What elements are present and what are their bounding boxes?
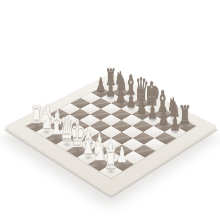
- square-d5: [101, 114, 122, 126]
- square-f3: [100, 138, 122, 151]
- square-f7: ♟: [142, 114, 163, 126]
- marble-chess-board: ♜♞♝♛♚♝♞♜♟♟♟♟♟♟♟♟♟♟♟♟♟♟♟♟♜♞♝♛♚♝♞♜: [5, 73, 217, 193]
- square-d1: ♛: [56, 138, 78, 151]
- black-king-piece: ♚: [148, 66, 157, 109]
- board-field: ♜♞♝♛♚♝♞♜♟♟♟♟♟♟♟♟♟♟♟♟♟♟♟♟♜♞♝♛♚♝♞♜: [26, 83, 196, 179]
- product-photo-canvas: ♜♞♝♛♚♝♞♜♟♟♟♟♟♟♟♟♟♟♟♟♟♟♟♟♜♞♝♛♚♝♞♜: [0, 0, 220, 220]
- square-h1: ♜: [99, 164, 122, 178]
- square-a1: ♜: [26, 120, 47, 132]
- white-pawn-piece: ♟: [53, 82, 62, 126]
- black-rook-piece: ♜: [107, 47, 115, 88]
